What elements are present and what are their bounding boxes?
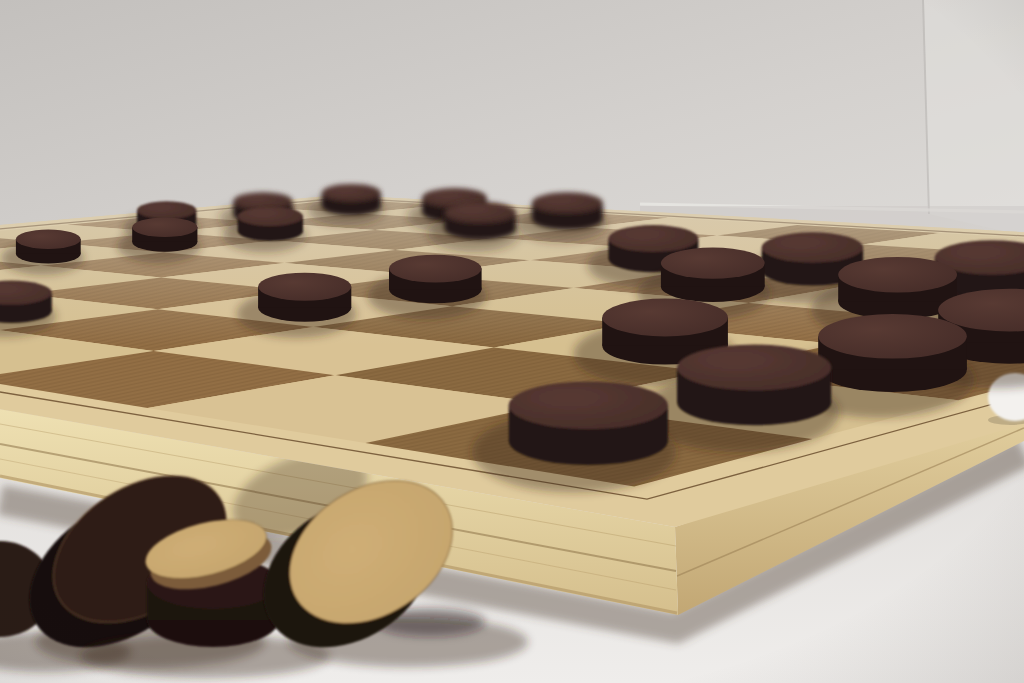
vignette: [0, 0, 1024, 683]
scene-photo: [0, 0, 1024, 683]
photo-stage: ⛂⛂⛂⛂⛂⛂⛂⛂⛂⛂⛂⛂⛂⛂⛂⛂⛂⛂⛂⛂⛂⛂: [0, 0, 1024, 683]
